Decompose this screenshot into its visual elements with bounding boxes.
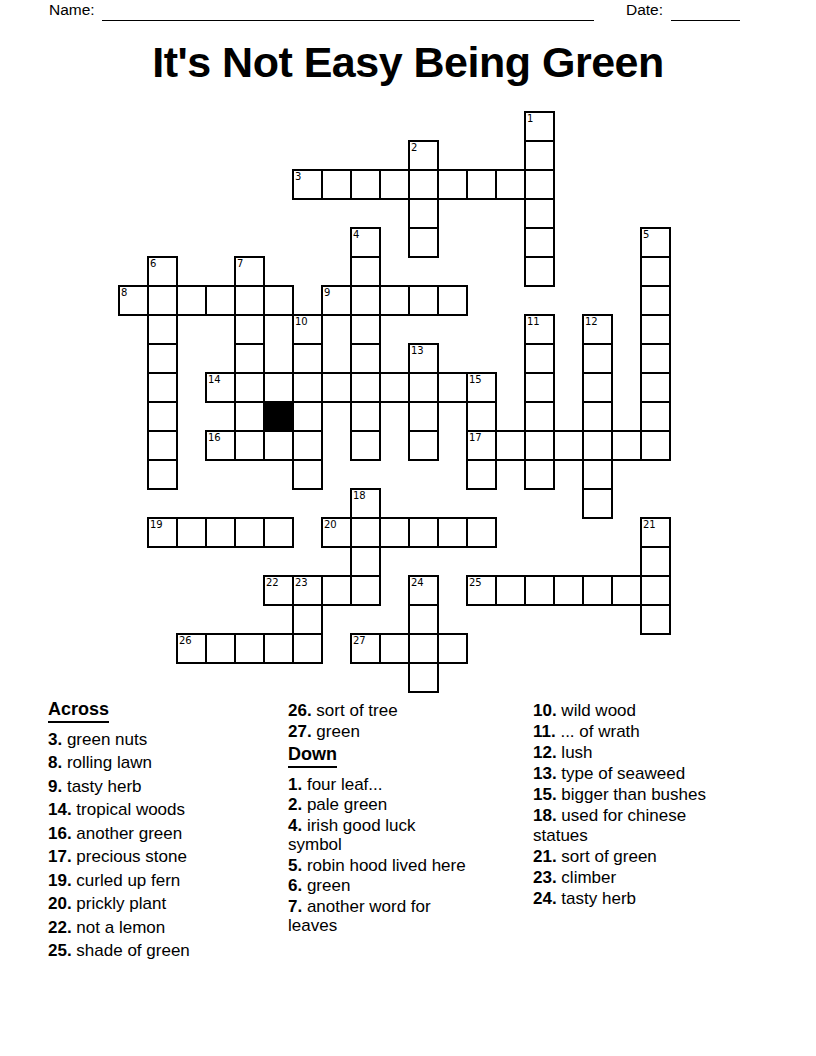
- grid-cell[interactable]: [408, 662, 439, 693]
- clue-number: 17: [469, 432, 482, 443]
- grid-cell[interactable]: 16: [205, 430, 236, 461]
- grid-cell[interactable]: [640, 604, 671, 635]
- clue-across-9: 9. tasty herb: [48, 777, 280, 797]
- clue-number: 26: [179, 635, 192, 646]
- grid-cell[interactable]: 25: [466, 575, 497, 606]
- name-label: Name:: [49, 1, 95, 19]
- grid-cell[interactable]: [408, 227, 439, 258]
- grid-cell[interactable]: [147, 343, 178, 374]
- grid-cell[interactable]: [611, 575, 642, 606]
- grid-cell[interactable]: [379, 633, 410, 664]
- grid-cell[interactable]: [263, 372, 294, 403]
- grid-cell[interactable]: [350, 575, 381, 606]
- grid-cell[interactable]: [321, 169, 352, 200]
- grid-cell[interactable]: 14: [205, 372, 236, 403]
- grid-cell[interactable]: [524, 256, 555, 287]
- grid-cell[interactable]: 21: [640, 517, 671, 548]
- grid-cell[interactable]: [379, 372, 410, 403]
- grid-cell[interactable]: [640, 314, 671, 345]
- grid-cell[interactable]: [495, 169, 526, 200]
- grid-cell[interactable]: [553, 575, 584, 606]
- grid-cell[interactable]: [524, 198, 555, 229]
- clue-down-13: 13. type of seaweed: [533, 764, 739, 784]
- grid-cell[interactable]: 10: [292, 314, 323, 345]
- grid-cell[interactable]: 7: [234, 256, 265, 287]
- grid-cell[interactable]: [234, 430, 265, 461]
- clue-across-25: 25. shade of green: [48, 941, 280, 961]
- name-blank-line[interactable]: [102, 20, 594, 21]
- grid-cell[interactable]: [582, 401, 613, 432]
- grid-cell[interactable]: 15: [466, 372, 497, 403]
- clue-number-label: 4.: [288, 816, 302, 835]
- date-blank-line[interactable]: [671, 20, 740, 21]
- grid-cell[interactable]: [350, 285, 381, 316]
- clue-across-17: 17. precious stone: [48, 847, 280, 867]
- grid-cell[interactable]: [350, 343, 381, 374]
- clue-down-2: 2. pale green: [288, 795, 470, 815]
- grid-cell[interactable]: 8: [118, 285, 149, 316]
- grid-cell[interactable]: [205, 517, 236, 548]
- clue-across-3: 3. green nuts: [48, 730, 280, 750]
- grid-cell[interactable]: [176, 285, 207, 316]
- grid-cell[interactable]: [350, 169, 381, 200]
- grid-cell[interactable]: [292, 459, 323, 490]
- grid-cell[interactable]: 9: [321, 285, 352, 316]
- clue-number: 15: [469, 374, 482, 385]
- grid-cell[interactable]: [408, 633, 439, 664]
- clue-number-label: 9.: [48, 777, 62, 796]
- grid-cell[interactable]: [408, 517, 439, 548]
- grid-cell[interactable]: 3: [292, 169, 323, 200]
- clue-down-15: 15. bigger than bushes: [533, 785, 739, 805]
- grid-cell[interactable]: [379, 169, 410, 200]
- crossword-grid: 1234567891011121314151617181920212223242…: [119, 112, 670, 692]
- clue-down-4: 4. irish good luck symbol: [288, 816, 470, 855]
- grid-cell[interactable]: [234, 633, 265, 664]
- grid-cell[interactable]: [524, 343, 555, 374]
- grid-cell[interactable]: [524, 169, 555, 200]
- clue-number-label: 25.: [48, 941, 72, 960]
- grid-cell[interactable]: [205, 633, 236, 664]
- clue-number-label: 11.: [533, 722, 556, 741]
- clue-number-label: 23.: [533, 868, 557, 887]
- black-cell: [263, 401, 294, 432]
- clue-across-14: 14. tropical woods: [48, 800, 280, 820]
- clue-down-5: 5. robin hood lived here: [288, 856, 470, 876]
- grid-cell[interactable]: [495, 430, 526, 461]
- grid-cell[interactable]: 12: [582, 314, 613, 345]
- clue-down-23: 23. climber: [533, 868, 739, 888]
- clue-number-label: 8.: [48, 753, 62, 772]
- clue-number-label: 1.: [288, 775, 302, 794]
- grid-cell[interactable]: [640, 575, 671, 606]
- clue-number: 27: [353, 635, 366, 646]
- grid-cell[interactable]: 27: [350, 633, 381, 664]
- clue-number: 11: [527, 316, 540, 327]
- clue-down-1: 1. four leaf...: [288, 775, 470, 795]
- grid-cell[interactable]: [408, 198, 439, 229]
- grid-cell[interactable]: [495, 575, 526, 606]
- clue-number-label: 5.: [288, 856, 302, 875]
- grid-cell[interactable]: [321, 575, 352, 606]
- clue-number-label: 7.: [288, 897, 302, 916]
- grid-cell[interactable]: [640, 430, 671, 461]
- grid-cell[interactable]: [466, 517, 497, 548]
- clue-number-label: 21.: [533, 847, 557, 866]
- grid-cell[interactable]: [205, 285, 236, 316]
- clue-number: 16: [208, 432, 221, 443]
- grid-cell[interactable]: [379, 285, 410, 316]
- grid-cell[interactable]: [437, 633, 468, 664]
- grid-cell[interactable]: [582, 459, 613, 490]
- clue-number-label: 20.: [48, 894, 72, 913]
- clue-down-24: 24. tasty herb: [533, 889, 739, 909]
- grid-cell[interactable]: [437, 517, 468, 548]
- grid-cell[interactable]: [147, 372, 178, 403]
- clue-column-1: Across3. green nuts8. rolling lawn9. tas…: [48, 700, 280, 965]
- grid-cell[interactable]: [263, 430, 294, 461]
- clue-number-label: 10.: [533, 701, 557, 720]
- grid-cell[interactable]: [350, 256, 381, 287]
- clue-number: 25: [469, 577, 482, 588]
- grid-cell[interactable]: [640, 285, 671, 316]
- grid-cell[interactable]: [640, 256, 671, 287]
- grid-cell[interactable]: [466, 401, 497, 432]
- clue-number: 13: [411, 345, 424, 356]
- grid-cell[interactable]: [292, 604, 323, 635]
- grid-cell[interactable]: 26: [176, 633, 207, 664]
- clue-number: 24: [411, 577, 424, 588]
- grid-cell[interactable]: [350, 314, 381, 345]
- clue-number-label: 15.: [533, 785, 557, 804]
- grid-cell[interactable]: 18: [350, 488, 381, 519]
- grid-cell[interactable]: [234, 343, 265, 374]
- grid-cell[interactable]: [466, 169, 497, 200]
- grid-cell[interactable]: 4: [350, 227, 381, 258]
- grid-cell[interactable]: [350, 517, 381, 548]
- grid-cell[interactable]: [408, 430, 439, 461]
- clue-across-8: 8. rolling lawn: [48, 753, 280, 773]
- grid-cell[interactable]: [350, 372, 381, 403]
- clue-number: 2: [411, 142, 417, 153]
- clue-number: 23: [295, 577, 308, 588]
- clue-down-12: 12. lush: [533, 743, 739, 763]
- grid-cell[interactable]: [640, 546, 671, 577]
- clue-number: 3: [295, 171, 301, 182]
- grid-cell[interactable]: [292, 430, 323, 461]
- clue-number: 4: [353, 229, 359, 240]
- clue-down-10: 10. wild wood: [533, 701, 739, 721]
- clue-number-label: 12.: [533, 743, 557, 762]
- clue-number: 21: [643, 519, 656, 530]
- clue-number-label: 26.: [288, 701, 312, 720]
- grid-cell[interactable]: [524, 140, 555, 171]
- grid-cell[interactable]: 19: [147, 517, 178, 548]
- grid-cell[interactable]: 6: [147, 256, 178, 287]
- clue-number-label: 13.: [533, 764, 557, 783]
- grid-cell[interactable]: 17: [466, 430, 497, 461]
- grid-cell[interactable]: 1: [524, 111, 555, 142]
- grid-cell[interactable]: [350, 401, 381, 432]
- grid-cell[interactable]: 23: [292, 575, 323, 606]
- clue-across-16: 16. another green: [48, 824, 280, 844]
- grid-cell[interactable]: [408, 401, 439, 432]
- clue-down-11: 11. ... of wrath: [533, 722, 739, 742]
- grid-cell[interactable]: [582, 575, 613, 606]
- clue-across-19: 19. curled up fern: [48, 871, 280, 891]
- clue-number-label: 19.: [48, 871, 72, 890]
- grid-cell[interactable]: [524, 227, 555, 258]
- grid-cell[interactable]: [234, 372, 265, 403]
- grid-cell[interactable]: [147, 314, 178, 345]
- clue-number: 22: [266, 577, 279, 588]
- grid-cell[interactable]: [292, 401, 323, 432]
- grid-cell[interactable]: [147, 401, 178, 432]
- clue-column-2: 26. sort of tree27. greenDown1. four lea…: [288, 701, 470, 937]
- grid-cell[interactable]: 11: [524, 314, 555, 345]
- clue-number-label: 3.: [48, 730, 62, 749]
- clue-down-6: 6. green: [288, 876, 470, 896]
- clue-number-label: 18.: [533, 806, 557, 825]
- clue-number: 9: [324, 287, 330, 298]
- clue-number-label: 27.: [288, 722, 312, 741]
- clue-number: 19: [150, 519, 163, 530]
- grid-cell[interactable]: [408, 285, 439, 316]
- grid-cell[interactable]: 24: [408, 575, 439, 606]
- grid-cell[interactable]: [292, 372, 323, 403]
- across-header: Across: [48, 700, 280, 723]
- down-header: Down: [288, 745, 470, 768]
- clue-down-21: 21. sort of green: [533, 847, 739, 867]
- grid-cell[interactable]: [524, 459, 555, 490]
- grid-cell[interactable]: [292, 343, 323, 374]
- grid-cell[interactable]: [379, 517, 410, 548]
- grid-cell[interactable]: [524, 575, 555, 606]
- clue-number-label: 24.: [533, 889, 557, 908]
- clue-number: 7: [237, 258, 243, 269]
- grid-cell[interactable]: [640, 401, 671, 432]
- grid-cell[interactable]: [234, 517, 265, 548]
- grid-cell[interactable]: [147, 430, 178, 461]
- clue-number-label: 2.: [288, 795, 302, 814]
- grid-cell[interactable]: 22: [263, 575, 294, 606]
- grid-cell[interactable]: [234, 314, 265, 345]
- clue-number-label: 22.: [48, 918, 72, 937]
- clue-across-22: 22. not a lemon: [48, 918, 280, 938]
- clue-across-20: 20. prickly plant: [48, 894, 280, 914]
- clue-number: 5: [643, 229, 649, 240]
- clue-across-26: 26. sort of tree: [288, 701, 470, 721]
- grid-cell[interactable]: 2: [408, 140, 439, 171]
- clue-number: 6: [150, 258, 156, 269]
- clue-number: 12: [585, 316, 598, 327]
- grid-cell[interactable]: 20: [321, 517, 352, 548]
- grid-cell[interactable]: [553, 430, 584, 461]
- grid-cell[interactable]: [408, 372, 439, 403]
- grid-cell[interactable]: [466, 459, 497, 490]
- grid-cell[interactable]: 13: [408, 343, 439, 374]
- grid-cell[interactable]: [582, 372, 613, 403]
- clue-number-label: 14.: [48, 800, 72, 819]
- grid-cell[interactable]: [263, 517, 294, 548]
- clue-down-7: 7. another word for leaves: [288, 897, 470, 936]
- grid-cell[interactable]: [437, 372, 468, 403]
- clue-number: 14: [208, 374, 221, 385]
- grid-cell[interactable]: [582, 488, 613, 519]
- grid-cell[interactable]: [524, 401, 555, 432]
- clue-across-27: 27. green: [288, 722, 470, 742]
- grid-cell[interactable]: [234, 285, 265, 316]
- grid-cell[interactable]: [234, 401, 265, 432]
- grid-cell[interactable]: [408, 169, 439, 200]
- puzzle-title: It's Not Easy Being Green: [0, 34, 816, 90]
- grid-cell[interactable]: [263, 633, 294, 664]
- grid-cell[interactable]: [350, 546, 381, 577]
- clue-down-18: 18. used for chinese statues: [533, 806, 739, 845]
- grid-cell[interactable]: [524, 430, 555, 461]
- grid-cell[interactable]: [640, 372, 671, 403]
- grid-cell[interactable]: [321, 372, 352, 403]
- clue-number: 1: [527, 113, 533, 124]
- grid-cell[interactable]: [176, 517, 207, 548]
- clue-number: 10: [295, 316, 308, 327]
- grid-cell[interactable]: [437, 169, 468, 200]
- grid-cell[interactable]: 5: [640, 227, 671, 258]
- date-label: Date:: [626, 1, 663, 19]
- grid-cell[interactable]: [263, 285, 294, 316]
- grid-cell[interactable]: [147, 285, 178, 316]
- clue-number: 18: [353, 490, 366, 501]
- grid-cell[interactable]: [640, 343, 671, 374]
- clue-number-label: 6.: [288, 876, 302, 895]
- grid-cell[interactable]: [611, 430, 642, 461]
- clue-number: 20: [324, 519, 337, 530]
- grid-cell[interactable]: [408, 604, 439, 635]
- clue-number: 8: [121, 287, 127, 298]
- clue-number-label: 16.: [48, 824, 72, 843]
- grid-cell[interactable]: [350, 430, 381, 461]
- grid-cell[interactable]: [292, 633, 323, 664]
- grid-cell[interactable]: [437, 285, 468, 316]
- clue-number-label: 17.: [48, 847, 72, 866]
- grid-cell[interactable]: [582, 343, 613, 374]
- grid-cell[interactable]: [524, 372, 555, 403]
- clue-column-3: 10. wild wood11. ... of wrath12. lush13.…: [533, 701, 739, 910]
- grid-cell[interactable]: [582, 430, 613, 461]
- grid-cell[interactable]: [147, 459, 178, 490]
